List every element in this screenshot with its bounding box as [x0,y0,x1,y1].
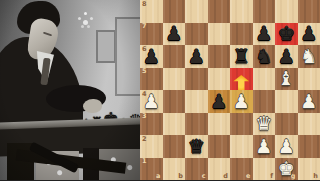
piece-white-bishop-g5: ♝ [275,68,298,91]
square-g1: g♚ [275,158,298,181]
square-h7: ♟ [298,23,320,46]
square-d4: ♟ [208,90,231,113]
square-b8 [163,0,186,23]
square-e6: ♜ [230,45,253,68]
square-g8 [275,0,298,23]
piece-white-pawn-e4: ♟ [230,90,253,113]
rank-label-7: 7 [142,23,147,30]
square-b3 [163,113,186,136]
square-e1: e [230,158,253,181]
square-f1: f [253,158,276,181]
file-label-c: c [202,173,206,180]
square-h5 [298,68,320,91]
piece-black-knight-f6: ♞ [253,45,276,68]
piece-white-pawn-g2: ♟ [275,135,298,158]
square-a5: 5 [140,68,163,91]
move-arrow-icon [233,75,249,90]
square-f8 [253,0,276,23]
rank-label-6: 6 [142,46,147,53]
file-label-e: e [246,173,250,180]
square-e7 [230,23,253,46]
square-c8 [185,0,208,23]
square-b5 [163,68,186,91]
square-g3 [275,113,298,136]
square-g2: ♟ [275,135,298,158]
square-a4: 4♟ [140,90,163,113]
rank-label-3: 3 [142,113,147,120]
rank-label-2: 2 [142,136,147,143]
square-b2 [163,135,186,158]
player-photo: ♟♜♚♟♛♞ [0,0,140,180]
square-c6: ♟ [185,45,208,68]
chess-video-thumbnail[interactable]: ♟♜♚♟♛♞ 87♟♟♚♟6♟♟♜♞♟♞5♝4♟♟♟♟3♛2♛♟♟1abcdef… [0,0,320,180]
piece-black-pawn-d4: ♟ [208,90,231,113]
square-a3: 3 [140,113,163,136]
file-label-g: g [291,173,296,180]
square-h1: h [298,158,320,181]
file-label-h: h [313,173,318,180]
square-e5 [230,68,253,91]
square-d8 [208,0,231,23]
piece-white-queen-f3: ♛ [253,113,276,136]
square-c1: c [185,158,208,181]
square-h3 [298,113,320,136]
square-f5 [253,68,276,91]
square-b7: ♟ [163,23,186,46]
piece-black-pawn-g6: ♟ [275,45,298,68]
piece-black-rook-e6: ♜ [230,45,253,68]
square-f4 [253,90,276,113]
square-b1: b [163,158,186,181]
square-f2: ♟ [253,135,276,158]
rank-label-1: 1 [142,158,147,165]
piece-white-pawn-f2: ♟ [253,135,276,158]
square-a7: 7 [140,23,163,46]
square-b4 [163,90,186,113]
file-label-b: b [178,173,183,180]
square-e3 [230,113,253,136]
square-d1: d [208,158,231,181]
piece-black-pawn-c6: ♟ [185,45,208,68]
square-g4 [275,90,298,113]
square-g7: ♚ [275,23,298,46]
square-b6 [163,45,186,68]
chess-board: 87♟♟♚♟6♟♟♜♞♟♞5♝4♟♟♟♟3♛2♛♟♟1abcdefg♚h [140,0,320,180]
photo-vignette [0,0,140,180]
square-h8 [298,0,320,23]
piece-black-king-g7: ♚ [275,23,298,46]
piece-black-queen-c2: ♛ [185,135,208,158]
square-f6: ♞ [253,45,276,68]
square-c4 [185,90,208,113]
square-d3 [208,113,231,136]
piece-white-knight-h6: ♞ [298,45,320,68]
piece-white-pawn-h4: ♟ [298,90,320,113]
square-a1: 1a [140,158,163,181]
square-c3 [185,113,208,136]
square-a8: 8 [140,0,163,23]
square-e4: ♟ [230,90,253,113]
square-f7: ♟ [253,23,276,46]
square-e8 [230,0,253,23]
square-d6 [208,45,231,68]
square-d5 [208,68,231,91]
square-e2 [230,135,253,158]
rank-label-8: 8 [142,1,147,8]
square-f3: ♛ [253,113,276,136]
square-g5: ♝ [275,68,298,91]
square-d7 [208,23,231,46]
square-h2 [298,135,320,158]
rank-label-5: 5 [142,68,147,75]
rank-label-4: 4 [142,91,147,98]
piece-black-pawn-h7: ♟ [298,23,320,46]
square-c2: ♛ [185,135,208,158]
file-label-d: d [223,173,228,180]
square-c5 [185,68,208,91]
square-a6: 6♟ [140,45,163,68]
square-g6: ♟ [275,45,298,68]
piece-black-pawn-f7: ♟ [253,23,276,46]
square-a2: 2 [140,135,163,158]
piece-black-pawn-b7: ♟ [163,23,186,46]
square-h4: ♟ [298,90,320,113]
square-h6: ♞ [298,45,320,68]
file-label-f: f [270,173,273,180]
square-c7 [185,23,208,46]
file-label-a: a [156,173,160,180]
square-d2 [208,135,231,158]
